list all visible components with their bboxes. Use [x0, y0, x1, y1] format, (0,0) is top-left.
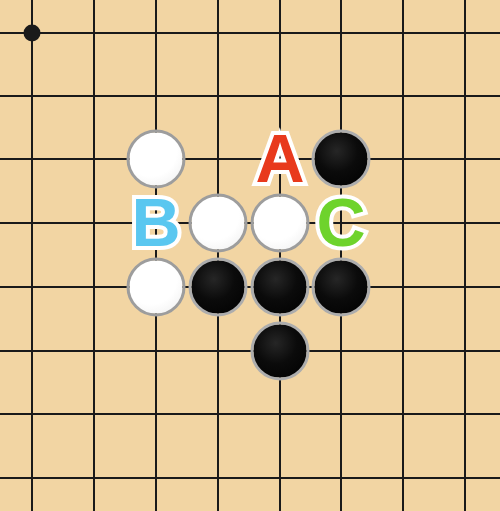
- move-label-text: A: [255, 124, 304, 192]
- move-label-b[interactable]: BB: [121, 188, 191, 258]
- labels-layer: AABBCC: [0, 0, 500, 511]
- move-label-a[interactable]: AA: [245, 124, 315, 194]
- move-label-text: C: [316, 188, 365, 256]
- go-board[interactable]: AABBCC: [0, 0, 500, 511]
- move-label-c[interactable]: CC: [306, 188, 376, 258]
- move-label-text: B: [131, 188, 180, 256]
